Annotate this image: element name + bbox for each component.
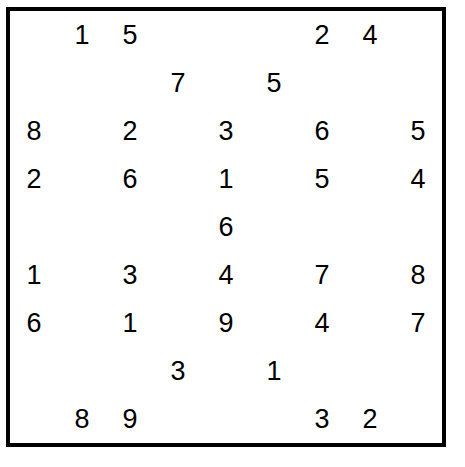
cell-r4c8[interactable] — [346, 155, 395, 204]
cell-r6c3[interactable]: 3 — [106, 251, 157, 302]
cell-r1c1[interactable] — [10, 11, 59, 60]
cell-r9c7[interactable]: 3 — [298, 395, 347, 443]
cell-r9c8[interactable]: 2 — [346, 395, 395, 443]
cell-r6c6[interactable] — [250, 251, 301, 302]
cell-r5c4[interactable] — [154, 203, 203, 252]
cell-r4c7[interactable]: 5 — [298, 155, 347, 204]
cell-r2c5[interactable] — [202, 59, 251, 108]
cell-r5c2[interactable] — [58, 203, 107, 252]
cell-r7c4[interactable] — [154, 299, 203, 348]
cell-r6c5[interactable]: 4 — [202, 251, 251, 302]
cell-r2c7[interactable] — [298, 59, 347, 108]
cell-r2c6[interactable]: 5 — [250, 59, 301, 108]
cell-r7c1[interactable]: 6 — [10, 299, 59, 348]
cell-r1c8[interactable]: 4 — [346, 11, 395, 60]
cell-r5c7[interactable] — [298, 203, 347, 252]
cell-r8c8[interactable] — [346, 347, 395, 396]
cell-r8c4[interactable]: 3 — [154, 347, 203, 396]
cell-r7c5[interactable]: 9 — [202, 299, 251, 348]
cell-r1c5[interactable] — [202, 11, 251, 60]
cell-r3c3[interactable]: 2 — [106, 107, 157, 158]
cell-r3c5[interactable]: 3 — [202, 107, 251, 158]
cell-r3c8[interactable] — [346, 107, 395, 158]
sudoku-board: 152475823652615461347861947318932 — [6, 7, 446, 447]
cell-r6c9[interactable]: 8 — [394, 251, 442, 302]
cell-r7c2[interactable] — [58, 299, 107, 348]
sudoku-board-wrap: 152475823652615461347861947318932 — [6, 7, 446, 447]
cell-r9c1[interactable] — [10, 395, 59, 443]
cell-r3c9[interactable]: 5 — [394, 107, 442, 158]
cell-r9c2[interactable]: 8 — [58, 395, 107, 443]
cell-r9c4[interactable] — [154, 395, 203, 443]
cell-r2c8[interactable] — [346, 59, 395, 108]
cell-r3c1[interactable]: 8 — [10, 107, 59, 158]
cell-r1c9[interactable] — [394, 11, 442, 60]
cell-r7c7[interactable]: 4 — [298, 299, 347, 348]
cell-r4c9[interactable]: 4 — [394, 155, 442, 204]
cell-r6c4[interactable] — [154, 251, 203, 302]
cell-r8c5[interactable] — [202, 347, 251, 396]
cell-r1c2[interactable]: 1 — [58, 11, 107, 60]
cell-r4c3[interactable]: 6 — [106, 155, 157, 204]
cell-r4c1[interactable]: 2 — [10, 155, 59, 204]
cell-r5c6[interactable] — [250, 203, 301, 252]
cell-r7c6[interactable] — [250, 299, 301, 348]
cell-r9c5[interactable] — [202, 395, 251, 443]
cell-r3c2[interactable] — [58, 107, 107, 158]
cell-r6c8[interactable] — [346, 251, 395, 302]
cell-r7c9[interactable]: 7 — [394, 299, 442, 348]
cell-r2c3[interactable] — [106, 59, 157, 108]
cell-r2c9[interactable] — [394, 59, 442, 108]
cell-r9c9[interactable] — [394, 395, 442, 443]
cell-r7c8[interactable] — [346, 299, 395, 348]
cell-r6c1[interactable]: 1 — [10, 251, 59, 302]
cell-r5c8[interactable] — [346, 203, 395, 252]
cell-r3c4[interactable] — [154, 107, 203, 158]
cell-r4c5[interactable]: 1 — [202, 155, 251, 204]
cell-r3c7[interactable]: 6 — [298, 107, 347, 158]
cell-r3c6[interactable] — [250, 107, 301, 158]
cell-r8c2[interactable] — [58, 347, 107, 396]
cell-r5c9[interactable] — [394, 203, 442, 252]
cell-r5c1[interactable] — [10, 203, 59, 252]
cell-r9c6[interactable] — [250, 395, 301, 443]
cell-r7c3[interactable]: 1 — [106, 299, 157, 348]
cell-r8c7[interactable] — [298, 347, 347, 396]
cell-r2c4[interactable]: 7 — [154, 59, 203, 108]
cell-r4c6[interactable] — [250, 155, 301, 204]
cell-r5c5[interactable]: 6 — [202, 203, 251, 252]
cell-r2c1[interactable] — [10, 59, 59, 108]
cell-r5c3[interactable] — [106, 203, 157, 252]
cell-r1c3[interactable]: 5 — [106, 11, 157, 60]
cell-r8c1[interactable] — [10, 347, 59, 396]
cell-r6c2[interactable] — [58, 251, 107, 302]
cell-r8c6[interactable]: 1 — [250, 347, 301, 396]
cell-r8c3[interactable] — [106, 347, 157, 396]
cell-r2c2[interactable] — [58, 59, 107, 108]
cell-r1c4[interactable] — [154, 11, 203, 60]
cell-r6c7[interactable]: 7 — [298, 251, 347, 302]
cell-r4c4[interactable] — [154, 155, 203, 204]
cell-r8c9[interactable] — [394, 347, 442, 396]
cell-r9c3[interactable]: 9 — [106, 395, 157, 443]
cell-r1c6[interactable] — [250, 11, 301, 60]
cell-r4c2[interactable] — [58, 155, 107, 204]
cell-r1c7[interactable]: 2 — [298, 11, 347, 60]
